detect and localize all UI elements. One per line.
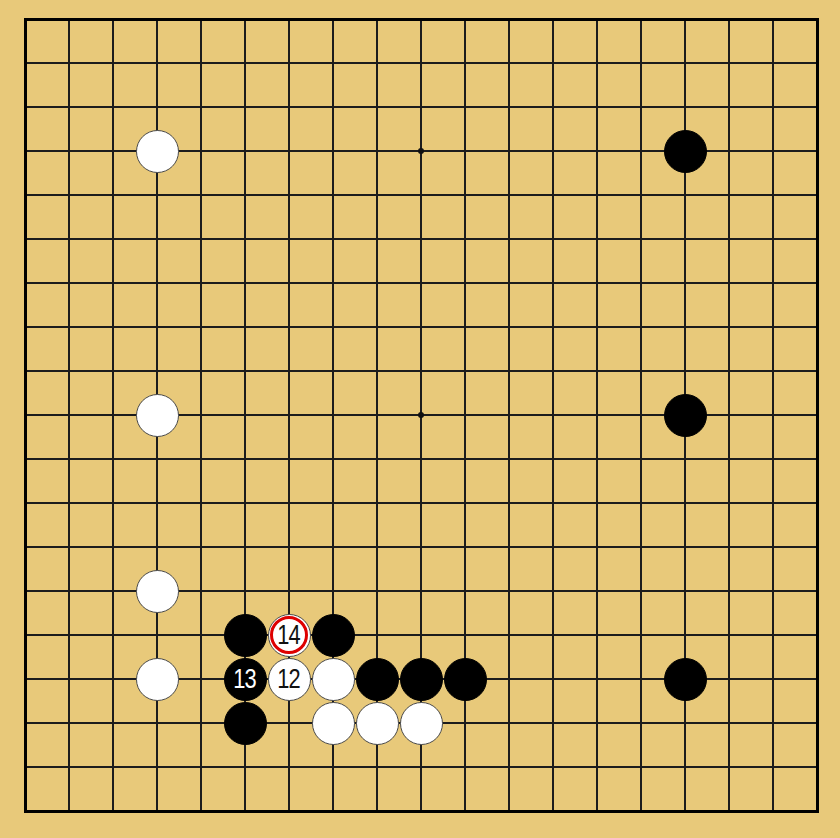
white-stone[interactable] xyxy=(400,702,443,745)
black-stone[interactable] xyxy=(224,702,267,745)
white-stone[interactable] xyxy=(312,658,355,701)
white-stone[interactable] xyxy=(136,394,179,437)
white-stone[interactable] xyxy=(136,130,179,173)
white-stone[interactable] xyxy=(312,702,355,745)
go-diagram: 141312 xyxy=(0,0,840,838)
white-stone[interactable] xyxy=(136,658,179,701)
star-point xyxy=(418,148,424,154)
black-stone[interactable] xyxy=(356,658,399,701)
black-stone[interactable] xyxy=(400,658,443,701)
move-number-label: 13 xyxy=(234,665,257,693)
white-stone-move-14[interactable]: 14 xyxy=(268,614,311,657)
black-stone[interactable] xyxy=(224,614,267,657)
black-stone-move-13[interactable]: 13 xyxy=(224,658,267,701)
black-stone[interactable] xyxy=(664,130,707,173)
black-stone[interactable] xyxy=(444,658,487,701)
black-stone[interactable] xyxy=(664,394,707,437)
move-number-label: 12 xyxy=(278,665,301,693)
black-stone[interactable] xyxy=(312,614,355,657)
white-stone[interactable] xyxy=(136,570,179,613)
white-stone-move-12[interactable]: 12 xyxy=(268,658,311,701)
move-number-label: 14 xyxy=(278,621,301,649)
go-board[interactable]: 141312 xyxy=(0,0,840,838)
black-stone[interactable] xyxy=(664,658,707,701)
white-stone[interactable] xyxy=(356,702,399,745)
star-point xyxy=(418,412,424,418)
